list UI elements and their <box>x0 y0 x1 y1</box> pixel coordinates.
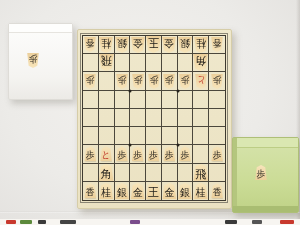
shogi-piece-p-sente[interactable]: 歩 <box>132 146 144 161</box>
piece-kanji: と <box>196 73 205 84</box>
shogi-piece-r-gote[interactable]: 飛 <box>99 54 114 71</box>
piece-kanji: 歩 <box>165 73 174 84</box>
board-cell <box>130 164 146 182</box>
piece-kanji: 歩 <box>117 73 126 84</box>
board-cell <box>193 109 209 127</box>
shogi-piece-l-gote[interactable]: 香 <box>211 37 223 52</box>
shogi-piece-s-sente[interactable]: 銀 <box>178 183 192 199</box>
piece-kanji: 飛 <box>195 168 206 181</box>
board-cell <box>115 91 131 109</box>
board-cell: 金 <box>130 36 146 54</box>
board-cell: 飛 <box>99 54 115 72</box>
board-cell: 歩 <box>178 72 194 90</box>
piece-kanji: 金 <box>133 36 143 48</box>
board-cell: 銀 <box>178 36 194 54</box>
board-cell <box>146 109 162 127</box>
hoshi-dot <box>176 144 179 147</box>
piece-kanji: 桂 <box>101 188 111 200</box>
board-cell <box>115 54 131 72</box>
board-cell: 歩 <box>130 145 146 163</box>
piece-kanji: 金 <box>164 36 174 48</box>
paper-print-speck <box>6 220 16 224</box>
piece-kanji: 歩 <box>180 151 189 162</box>
board-cell: 香 <box>209 182 225 200</box>
gote-hand-pieces: 歩 <box>27 53 39 68</box>
piece-kanji: 歩 <box>86 73 95 84</box>
board-cell: 歩 <box>115 72 131 90</box>
board-cell <box>178 127 194 145</box>
piece-kanji: 金 <box>164 188 174 200</box>
box-lid-edge <box>233 138 298 148</box>
board-cell: 香 <box>209 36 225 54</box>
shogi-piece-n-gote[interactable]: 桂 <box>194 37 208 53</box>
board-cell: 飛 <box>193 164 209 182</box>
board-cell: 歩 <box>115 145 131 163</box>
board-cell <box>99 127 115 145</box>
board-cell: 歩 <box>146 72 162 90</box>
board-cell <box>178 164 194 182</box>
shogi-piece-p-gote[interactable]: 歩 <box>27 53 39 68</box>
shogi-piece-g-sente[interactable]: 金 <box>162 183 176 199</box>
board-cell: 角 <box>193 54 209 72</box>
hoshi-dot <box>129 144 132 147</box>
board-cell <box>115 127 131 145</box>
piece-kanji: 銀 <box>180 36 190 48</box>
board-cell: 桂 <box>99 36 115 54</box>
board-cell <box>193 91 209 109</box>
piece-kanji: 香 <box>86 37 95 48</box>
board-cell: 歩 <box>178 145 194 163</box>
board-cell: 香 <box>83 182 99 200</box>
board-cell <box>146 54 162 72</box>
board-cell: 金 <box>162 36 178 54</box>
shogi-piece-n-sente[interactable]: 桂 <box>99 183 113 199</box>
board-cell: 桂 <box>193 36 209 54</box>
shogi-piece-g-sente[interactable]: 金 <box>131 183 145 199</box>
hoshi-dot <box>176 89 179 92</box>
board-cell <box>99 72 115 90</box>
board-cell <box>162 91 178 109</box>
board-cell: 桂 <box>99 182 115 200</box>
paper-print-speck <box>280 220 294 224</box>
piece-kanji: 角 <box>101 168 112 181</box>
board-cell: 銀 <box>115 182 131 200</box>
shogi-piece-r-sente[interactable]: 飛 <box>193 164 208 181</box>
shogi-piece-n-gote[interactable]: 桂 <box>99 37 113 53</box>
paper-print-speck <box>60 220 76 224</box>
board-cell <box>209 91 225 109</box>
shogi-piece-p-gote[interactable]: 歩 <box>179 74 191 89</box>
board-cell <box>209 54 225 72</box>
board-cell: 歩 <box>209 145 225 163</box>
shogi-piece-p-gote[interactable]: 歩 <box>163 74 175 89</box>
board-cell <box>146 91 162 109</box>
gote-piece-stand-box <box>8 23 73 100</box>
shogi-piece-promoted-p-sente[interactable]: と <box>100 146 112 161</box>
board-cell <box>83 54 99 72</box>
shogi-piece-s-gote[interactable]: 銀 <box>115 37 129 53</box>
board-cell <box>130 91 146 109</box>
board-cell: 歩 <box>146 145 162 163</box>
shogi-board: 香桂銀金玉金銀桂香飛角歩歩歩歩歩歩と歩歩と歩歩歩歩歩歩角飛香桂銀金王金銀桂香 <box>77 29 232 209</box>
box-lid-edge <box>233 206 298 212</box>
piece-kanji: 歩 <box>86 151 95 162</box>
board-grid: 香桂銀金玉金銀桂香飛角歩歩歩歩歩歩と歩歩と歩歩歩歩歩歩角飛香桂銀金王金銀桂香 <box>82 35 226 201</box>
board-cell: 歩 <box>130 72 146 90</box>
board-cell <box>178 91 194 109</box>
shogi-piece-s-sente[interactable]: 銀 <box>115 183 129 199</box>
piece-kanji: 飛 <box>101 54 112 67</box>
board-cell: 角 <box>99 164 115 182</box>
board-cell <box>162 54 178 72</box>
board-cell: 歩 <box>162 145 178 163</box>
board-cell: 玉 <box>146 36 162 54</box>
board-cell <box>193 145 209 163</box>
sente-hand-pieces: 歩 <box>255 165 267 180</box>
board-cell <box>115 109 131 127</box>
shogi-piece-p-sente[interactable]: 歩 <box>179 146 191 161</box>
shogi-piece-p-sente[interactable]: 歩 <box>116 146 128 161</box>
piece-kanji: 銀 <box>117 188 127 200</box>
board-cell: 歩 <box>83 72 99 90</box>
board-cell: と <box>193 72 209 90</box>
board-cell: 王 <box>146 182 162 200</box>
paper-print-speck <box>130 220 140 224</box>
board-cell <box>146 127 162 145</box>
shogi-piece-g-gote[interactable]: 金 <box>162 37 176 53</box>
shogi-piece-p-sente[interactable]: 歩 <box>148 146 160 161</box>
board-cell: 銀 <box>115 36 131 54</box>
shogi-piece-b-sente[interactable]: 角 <box>99 164 114 181</box>
piece-kanji: 歩 <box>213 73 222 84</box>
shogi-piece-k-gote[interactable]: 玉 <box>146 36 161 53</box>
board-cell: 桂 <box>193 182 209 200</box>
piece-kanji: 歩 <box>133 151 142 162</box>
shogi-piece-p-gote[interactable]: 歩 <box>211 74 223 89</box>
board-cell: 歩 <box>83 145 99 163</box>
paper-print-speck <box>225 220 237 224</box>
piece-kanji: 玉 <box>148 36 159 49</box>
piece-kanji: と <box>102 151 111 162</box>
board-cell <box>99 109 115 127</box>
board-cell: 歩 <box>162 72 178 90</box>
board-cell <box>209 109 225 127</box>
paper-print-speck <box>20 220 32 224</box>
board-cell <box>115 164 131 182</box>
board-cell <box>193 127 209 145</box>
piece-kanji: 歩 <box>213 151 222 162</box>
shogi-piece-p-sente[interactable]: 歩 <box>84 146 96 161</box>
shogi-piece-p-sente[interactable]: 歩 <box>211 146 223 161</box>
board-cell <box>209 164 225 182</box>
paper-print-speck <box>38 220 46 224</box>
shogi-piece-promoted-p-gote[interactable]: と <box>195 74 207 89</box>
piece-kanji: 銀 <box>180 188 190 200</box>
bottom-paper-strip <box>0 219 300 225</box>
piece-kanji: 桂 <box>196 188 206 200</box>
photo-scene: 歩 香桂銀金玉金銀桂香飛角歩歩歩歩歩歩と歩歩と歩歩歩歩歩歩角飛香桂銀金王金銀桂香… <box>0 0 300 225</box>
board-cell: 金 <box>162 182 178 200</box>
board-cell: 香 <box>83 36 99 54</box>
board-cell <box>146 164 162 182</box>
board-cell: と <box>99 145 115 163</box>
piece-kanji: 香 <box>86 188 95 199</box>
shogi-piece-p-sente[interactable]: 歩 <box>255 165 267 180</box>
board-cell <box>130 127 146 145</box>
board-cell <box>209 127 225 145</box>
piece-kanji: 歩 <box>180 73 189 84</box>
piece-kanji: 歩 <box>133 73 142 84</box>
board-cell: 金 <box>130 182 146 200</box>
board-cell <box>162 164 178 182</box>
shogi-piece-n-sente[interactable]: 桂 <box>194 183 208 199</box>
piece-kanji: 歩 <box>117 151 126 162</box>
board-cell <box>130 54 146 72</box>
shogi-piece-p-gote[interactable]: 歩 <box>148 74 160 89</box>
piece-kanji: 金 <box>133 188 143 200</box>
piece-kanji: 銀 <box>117 36 127 48</box>
board-cell <box>83 164 99 182</box>
box-lid-edge <box>233 138 237 212</box>
piece-kanji: 歩 <box>257 170 266 181</box>
board-cell <box>83 109 99 127</box>
shogi-piece-k-sente[interactable]: 王 <box>146 182 161 199</box>
board-cell: 銀 <box>178 182 194 200</box>
box-lid-edge <box>9 24 72 33</box>
board-cell <box>83 91 99 109</box>
piece-kanji: 桂 <box>196 36 206 48</box>
piece-kanji: 香 <box>213 188 222 199</box>
board-cell <box>130 109 146 127</box>
shogi-piece-s-gote[interactable]: 銀 <box>178 37 192 53</box>
board-cell <box>162 109 178 127</box>
shogi-piece-g-gote[interactable]: 金 <box>131 37 145 53</box>
piece-kanji: 桂 <box>101 36 111 48</box>
piece-kanji: 歩 <box>149 73 158 84</box>
piece-kanji: 歩 <box>149 151 158 162</box>
shogi-piece-p-gote[interactable]: 歩 <box>116 74 128 89</box>
shogi-piece-l-sente[interactable]: 香 <box>211 183 223 198</box>
shogi-piece-b-gote[interactable]: 角 <box>193 54 208 71</box>
shogi-piece-p-gote[interactable]: 歩 <box>84 74 96 89</box>
board-cell <box>178 54 194 72</box>
piece-kanji: 王 <box>148 187 159 200</box>
piece-kanji: 歩 <box>29 53 38 64</box>
board-cell <box>162 127 178 145</box>
shogi-piece-l-sente[interactable]: 香 <box>84 183 96 198</box>
shogi-piece-p-gote[interactable]: 歩 <box>132 74 144 89</box>
hoshi-dot <box>129 89 132 92</box>
board-cell <box>178 109 194 127</box>
piece-kanji: 歩 <box>165 151 174 162</box>
paper-print-speck <box>252 220 262 224</box>
board-cell: 歩 <box>209 72 225 90</box>
piece-kanji: 角 <box>195 54 206 67</box>
piece-kanji: 香 <box>213 37 222 48</box>
board-cell <box>99 91 115 109</box>
shogi-piece-p-sente[interactable]: 歩 <box>163 146 175 161</box>
shogi-piece-l-gote[interactable]: 香 <box>84 37 96 52</box>
board-cell <box>83 127 99 145</box>
